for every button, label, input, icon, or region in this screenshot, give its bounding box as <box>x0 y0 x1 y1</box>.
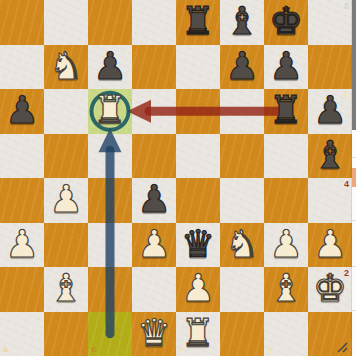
square-g1[interactable]: g <box>264 312 308 356</box>
square-a4[interactable] <box>0 178 44 223</box>
square-d7[interactable] <box>132 45 176 90</box>
piece-white-pawn-h3[interactable]: ♟ <box>308 222 352 267</box>
piece-black-pawn-f7[interactable]: ♟ <box>220 44 264 89</box>
square-h7[interactable]: 7 <box>308 45 352 90</box>
square-c4[interactable] <box>88 178 132 223</box>
square-d2[interactable] <box>132 267 176 312</box>
square-g5[interactable] <box>264 134 308 179</box>
coord-file-a: a <box>3 345 8 354</box>
piece-white-bishop-g2[interactable]: ♝ <box>264 266 308 311</box>
square-c5[interactable] <box>88 134 132 179</box>
side-panel-body-segment <box>352 130 356 356</box>
square-h8[interactable]: 8 <box>308 0 352 45</box>
square-e4[interactable] <box>176 178 220 223</box>
piece-white-rook-e1[interactable]: ♜ <box>176 311 220 356</box>
square-d8[interactable] <box>132 0 176 45</box>
square-a8[interactable] <box>0 0 44 45</box>
side-panel-separator <box>352 266 356 267</box>
side-panel-separator <box>352 157 356 158</box>
square-b3[interactable] <box>44 223 88 268</box>
square-a5[interactable] <box>0 134 44 179</box>
square-c2[interactable] <box>88 267 132 312</box>
coord-file-c: c <box>91 345 96 354</box>
square-h4[interactable]: 4 <box>308 178 352 223</box>
coord-rank-7: 7 <box>344 47 349 56</box>
square-d5[interactable] <box>132 134 176 179</box>
square-e7[interactable] <box>176 45 220 90</box>
piece-white-king-h2[interactable]: ♚ <box>308 266 352 311</box>
coord-rank-4: 4 <box>344 180 349 189</box>
coord-rank-8: 8 <box>344 2 349 11</box>
piece-black-pawn-c7[interactable]: ♟ <box>88 44 132 89</box>
piece-white-rook-c6[interactable]: ♜ <box>88 88 132 133</box>
piece-black-pawn-g7[interactable]: ♟ <box>264 44 308 89</box>
square-a2[interactable] <box>0 267 44 312</box>
square-a7[interactable] <box>0 45 44 90</box>
square-d6[interactable] <box>132 89 176 134</box>
piece-white-knight-f3[interactable]: ♞ <box>220 222 264 267</box>
square-e5[interactable] <box>176 134 220 179</box>
piece-black-pawn-a6[interactable]: ♟ <box>0 88 44 133</box>
square-a1[interactable]: a <box>0 312 44 356</box>
coord-file-g: g <box>267 345 273 354</box>
chess-analysis-screenshot: 8765432abcdefg1h ♜♝♚♞♟♟♟♟♜♜♟♝♟♟♟♟♛♞♟♟♝♟♝… <box>0 0 356 356</box>
piece-black-pawn-d4[interactable]: ♟ <box>132 177 176 222</box>
square-b8[interactable] <box>44 0 88 45</box>
piece-black-rook-g6[interactable]: ♜ <box>264 88 308 133</box>
side-panel-edge <box>351 0 356 356</box>
side-panel-accent-block <box>352 168 356 187</box>
piece-white-pawn-d3[interactable]: ♟ <box>132 222 176 267</box>
piece-white-pawn-b4[interactable]: ♟ <box>44 177 88 222</box>
piece-black-pawn-h6[interactable]: ♟ <box>308 88 352 133</box>
coord-file-h: h <box>311 345 317 354</box>
square-g4[interactable] <box>264 178 308 223</box>
coord-rank-1: 1 <box>344 314 349 323</box>
square-c1[interactable]: c <box>88 312 132 356</box>
side-panel-dark-segment <box>352 0 356 130</box>
side-panel-separator <box>352 220 356 221</box>
square-b5[interactable] <box>44 134 88 179</box>
square-f2[interactable] <box>220 267 264 312</box>
side-panel-separator <box>352 310 356 311</box>
coord-file-f: f <box>223 345 226 354</box>
coord-file-b: b <box>47 345 53 354</box>
square-c8[interactable] <box>88 0 132 45</box>
square-f4[interactable] <box>220 178 264 223</box>
square-b1[interactable]: b <box>44 312 88 356</box>
piece-black-bishop-h5[interactable]: ♝ <box>308 133 352 178</box>
piece-black-bishop-f8[interactable]: ♝ <box>220 0 264 44</box>
piece-white-knight-b7[interactable]: ♞ <box>44 44 88 89</box>
board-resize-handle-icon[interactable] <box>335 341 350 354</box>
piece-black-queen-e3[interactable]: ♛ <box>176 222 220 267</box>
square-b6[interactable] <box>44 89 88 134</box>
square-f6[interactable] <box>220 89 264 134</box>
piece-white-pawn-e2[interactable]: ♟ <box>176 266 220 311</box>
piece-white-pawn-g3[interactable]: ♟ <box>264 222 308 267</box>
piece-white-pawn-a3[interactable]: ♟ <box>0 222 44 267</box>
square-f1[interactable]: f <box>220 312 264 356</box>
piece-white-queen-d1[interactable]: ♛ <box>132 311 176 356</box>
piece-black-rook-e8[interactable]: ♜ <box>176 0 220 44</box>
piece-black-king-g8[interactable]: ♚ <box>264 0 308 44</box>
square-f5[interactable] <box>220 134 264 179</box>
square-e6[interactable] <box>176 89 220 134</box>
square-c3[interactable] <box>88 223 132 268</box>
piece-white-bishop-b2[interactable]: ♝ <box>44 266 88 311</box>
